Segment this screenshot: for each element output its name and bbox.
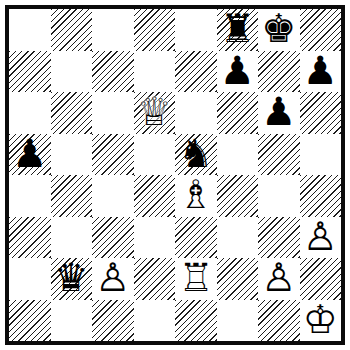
square-a8[interactable] xyxy=(9,9,51,51)
square-b4[interactable] xyxy=(51,175,93,217)
square-h6[interactable] xyxy=(300,92,342,134)
square-e4[interactable]: ♗ xyxy=(175,175,217,217)
black-rook[interactable]: ♜ xyxy=(220,9,255,48)
square-b3[interactable] xyxy=(51,217,93,259)
square-a2[interactable] xyxy=(9,258,51,300)
square-d6[interactable]: ♕ xyxy=(134,92,176,134)
square-a7[interactable] xyxy=(9,51,51,93)
square-e3[interactable] xyxy=(175,217,217,259)
square-c1[interactable] xyxy=(92,300,134,342)
square-a6[interactable] xyxy=(9,92,51,134)
square-e1[interactable] xyxy=(175,300,217,342)
square-c7[interactable] xyxy=(92,51,134,93)
square-c3[interactable] xyxy=(92,217,134,259)
square-f8[interactable]: ♜ xyxy=(217,9,259,51)
square-a1[interactable] xyxy=(9,300,51,342)
square-a3[interactable] xyxy=(9,217,51,259)
square-d3[interactable] xyxy=(134,217,176,259)
chess-diagram: ♜♚♟♟♕♟♟♞♗♙♛♙♖♙♔ xyxy=(0,0,350,350)
black-pawn[interactable]: ♟ xyxy=(261,92,296,131)
square-e7[interactable] xyxy=(175,51,217,93)
square-f1[interactable] xyxy=(217,300,259,342)
square-g4[interactable] xyxy=(258,175,300,217)
square-c4[interactable] xyxy=(92,175,134,217)
black-pawn[interactable]: ♟ xyxy=(303,51,338,90)
white-queen[interactable]: ♕ xyxy=(137,92,172,131)
square-h7[interactable]: ♟ xyxy=(300,51,342,93)
square-b1[interactable] xyxy=(51,300,93,342)
black-queen[interactable]: ♛ xyxy=(54,258,89,297)
square-g3[interactable] xyxy=(258,217,300,259)
white-pawn[interactable]: ♙ xyxy=(303,217,338,256)
square-f3[interactable] xyxy=(217,217,259,259)
square-f6[interactable] xyxy=(217,92,259,134)
square-e6[interactable] xyxy=(175,92,217,134)
white-king[interactable]: ♔ xyxy=(303,300,338,339)
square-h5[interactable] xyxy=(300,134,342,176)
black-pawn[interactable]: ♟ xyxy=(220,51,255,90)
square-f2[interactable] xyxy=(217,258,259,300)
square-c2[interactable]: ♙ xyxy=(92,258,134,300)
square-e5[interactable]: ♞ xyxy=(175,134,217,176)
square-d7[interactable] xyxy=(134,51,176,93)
square-b5[interactable] xyxy=(51,134,93,176)
square-c8[interactable] xyxy=(92,9,134,51)
square-d2[interactable] xyxy=(134,258,176,300)
square-b8[interactable] xyxy=(51,9,93,51)
square-c5[interactable] xyxy=(92,134,134,176)
black-king[interactable]: ♚ xyxy=(261,9,296,48)
square-a5[interactable]: ♟ xyxy=(9,134,51,176)
square-h2[interactable] xyxy=(300,258,342,300)
square-g7[interactable] xyxy=(258,51,300,93)
square-g2[interactable]: ♙ xyxy=(258,258,300,300)
square-d4[interactable] xyxy=(134,175,176,217)
square-g6[interactable]: ♟ xyxy=(258,92,300,134)
square-h3[interactable]: ♙ xyxy=(300,217,342,259)
black-knight[interactable]: ♞ xyxy=(178,134,213,173)
square-b6[interactable] xyxy=(51,92,93,134)
square-a4[interactable] xyxy=(9,175,51,217)
square-b7[interactable] xyxy=(51,51,93,93)
square-c6[interactable] xyxy=(92,92,134,134)
white-rook[interactable]: ♖ xyxy=(178,258,213,297)
square-g1[interactable] xyxy=(258,300,300,342)
square-b2[interactable]: ♛ xyxy=(51,258,93,300)
square-d8[interactable] xyxy=(134,9,176,51)
black-pawn[interactable]: ♟ xyxy=(12,134,47,173)
white-bishop[interactable]: ♗ xyxy=(178,175,213,214)
square-f5[interactable] xyxy=(217,134,259,176)
square-g5[interactable] xyxy=(258,134,300,176)
board-frame: ♜♚♟♟♕♟♟♞♗♙♛♙♖♙♔ xyxy=(5,5,345,345)
square-f7[interactable]: ♟ xyxy=(217,51,259,93)
white-pawn[interactable]: ♙ xyxy=(95,258,130,297)
square-h1[interactable]: ♔ xyxy=(300,300,342,342)
square-h8[interactable] xyxy=(300,9,342,51)
white-pawn[interactable]: ♙ xyxy=(261,258,296,297)
square-f4[interactable] xyxy=(217,175,259,217)
square-d5[interactable] xyxy=(134,134,176,176)
square-g8[interactable]: ♚ xyxy=(258,9,300,51)
chess-board: ♜♚♟♟♕♟♟♞♗♙♛♙♖♙♔ xyxy=(9,9,341,341)
square-e8[interactable] xyxy=(175,9,217,51)
square-e2[interactable]: ♖ xyxy=(175,258,217,300)
square-h4[interactable] xyxy=(300,175,342,217)
square-d1[interactable] xyxy=(134,300,176,342)
